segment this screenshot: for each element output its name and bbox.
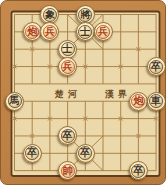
piece-black-soldier[interactable]: 卒 <box>76 144 95 163</box>
piece-black-soldier[interactable]: 卒 <box>147 57 166 76</box>
river-label-left: 楚河 <box>50 88 86 100</box>
piece-black-soldier[interactable]: 卒 <box>23 144 42 163</box>
piece-red-soldier[interactable]: 兵 <box>58 57 77 76</box>
piece-red-soldier[interactable]: 兵 <box>94 22 113 41</box>
xiangqi-board: 楚河 漢界 象將炮兵士兵士兵卒馬炮車卒卒卒帥卒 <box>0 0 166 185</box>
piece-black-general[interactable]: 將 <box>76 5 95 24</box>
piece-black-chariot[interactable]: 車 <box>147 92 166 111</box>
piece-red-cannon[interactable]: 炮 <box>129 92 148 111</box>
piece-black-advisor[interactable]: 士 <box>76 22 95 41</box>
piece-black-advisor[interactable]: 士 <box>58 40 77 59</box>
piece-red-cannon[interactable]: 炮 <box>23 22 42 41</box>
piece-black-horse[interactable]: 馬 <box>5 92 24 111</box>
piece-black-soldier[interactable]: 卒 <box>129 161 148 180</box>
